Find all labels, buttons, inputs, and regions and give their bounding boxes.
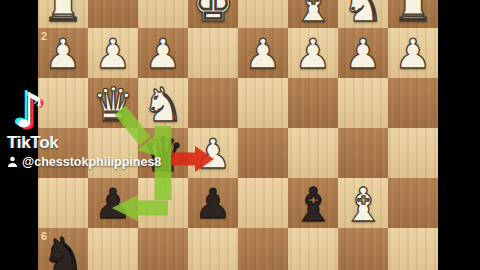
square-d2: ♟	[238, 28, 288, 78]
white-pawn-d2: ♟	[238, 29, 288, 79]
square-f3: ♞	[138, 78, 188, 128]
white-pawn-e4: ♟	[188, 129, 238, 179]
square-c6	[288, 228, 338, 270]
square-g5: ♟	[88, 178, 138, 228]
white-bishop-b5: ♝	[338, 179, 388, 229]
square-e5: ♟	[188, 178, 238, 228]
tiktok-logo-note-icon: ♪	[14, 86, 45, 134]
creator-username[interactable]: @chesstokphilippines8	[22, 155, 161, 169]
square-c1: ♝	[288, 0, 338, 28]
square-h5	[38, 178, 88, 228]
white-rook-h1: ♜	[38, 0, 88, 29]
square-e6	[188, 228, 238, 270]
black-pawn-e5: ♟	[188, 179, 238, 229]
square-f6	[138, 228, 188, 270]
square-b5: ♝	[338, 178, 388, 228]
creator-username-row[interactable]: @chesstokphilippines8	[7, 155, 161, 169]
square-c5: ♝	[288, 178, 338, 228]
white-king-e1: ♚	[188, 0, 238, 29]
white-queen-g3: ♛	[88, 79, 138, 129]
square-f4: ♛	[138, 128, 188, 178]
square-g6	[88, 228, 138, 270]
square-b3	[338, 78, 388, 128]
square-f2: ♟	[138, 28, 188, 78]
chess-board: ♜♚♝♞♜2♟♟♟♟♟♟♟♛♞♛♟♟♟♝♝6♞	[38, 0, 438, 270]
square-c4	[288, 128, 338, 178]
white-pawn-f2: ♟	[138, 29, 188, 79]
letterbox-right	[438, 0, 480, 270]
square-g3: ♛	[88, 78, 138, 128]
square-c3	[288, 78, 338, 128]
square-d3	[238, 78, 288, 128]
square-h2: 2♟	[38, 28, 88, 78]
square-e3	[188, 78, 238, 128]
square-h1: ♜	[38, 0, 88, 28]
white-rook-a1: ♜	[388, 0, 438, 29]
square-a5	[388, 178, 438, 228]
square-b6	[338, 228, 388, 270]
square-e1: ♚	[188, 0, 238, 28]
black-bishop-c5: ♝	[288, 179, 338, 229]
square-d1	[238, 0, 288, 28]
profile-person-icon	[7, 156, 18, 168]
square-b1: ♞	[338, 0, 388, 28]
white-bishop-c1: ♝	[288, 0, 338, 29]
tiktok-wordmark: TikTok	[7, 133, 58, 153]
square-a4	[388, 128, 438, 178]
white-pawn-c2: ♟	[288, 29, 338, 79]
square-c2: ♟	[288, 28, 338, 78]
white-pawn-a2: ♟	[388, 29, 438, 79]
square-h3	[38, 78, 88, 128]
black-pawn-g5: ♟	[88, 179, 138, 229]
square-g4	[88, 128, 138, 178]
square-g2: ♟	[88, 28, 138, 78]
white-knight-f3: ♞	[138, 79, 188, 129]
white-pawn-b2: ♟	[338, 29, 388, 79]
square-d6	[238, 228, 288, 270]
white-pawn-h2: ♟	[38, 29, 88, 79]
square-g1	[88, 0, 138, 28]
square-e4: ♟	[188, 128, 238, 178]
square-a3	[388, 78, 438, 128]
square-b4	[338, 128, 388, 178]
square-d5	[238, 178, 288, 228]
black-queen-f4: ♛	[138, 129, 188, 179]
square-a6	[388, 228, 438, 270]
square-a1: ♜	[388, 0, 438, 28]
white-pawn-g2: ♟	[88, 29, 138, 79]
square-d4	[238, 128, 288, 178]
square-f1	[138, 0, 188, 28]
square-f5	[138, 178, 188, 228]
black-knight-h6: ♞	[38, 229, 88, 270]
square-e2	[188, 28, 238, 78]
white-knight-b1: ♞	[338, 0, 388, 29]
square-b2: ♟	[338, 28, 388, 78]
square-h6: 6♞	[38, 228, 88, 270]
square-a2: ♟	[388, 28, 438, 78]
